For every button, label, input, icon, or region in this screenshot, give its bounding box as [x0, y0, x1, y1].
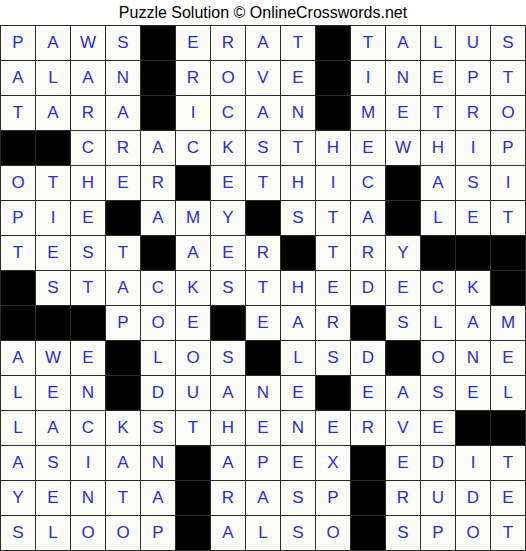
letter-cell: Y	[211, 201, 245, 235]
letter-cell: D	[456, 481, 490, 515]
letter-cell: A	[141, 131, 175, 165]
letter-cell: R	[106, 131, 140, 165]
letter-cell: S	[281, 481, 315, 515]
black-cell	[386, 341, 420, 375]
letter-cell: O	[316, 516, 350, 550]
letter-cell: C	[141, 271, 175, 305]
letter-cell: L	[281, 341, 315, 375]
page-title: Puzzle Solution © OnlineCrosswords.net	[0, 0, 526, 25]
letter-cell: O	[71, 516, 105, 550]
letter-cell: T	[316, 236, 350, 270]
letter-cell: S	[246, 131, 280, 165]
black-cell	[316, 376, 350, 410]
black-cell	[211, 306, 245, 340]
letter-cell: E	[36, 236, 70, 270]
letter-cell: R	[211, 481, 245, 515]
black-cell	[246, 201, 280, 235]
letter-cell: S	[386, 516, 420, 550]
letter-cell: K	[176, 271, 210, 305]
letter-cell: E	[176, 306, 210, 340]
letter-cell: A	[246, 96, 280, 130]
letter-cell: Y	[386, 236, 420, 270]
letter-cell: T	[491, 201, 525, 235]
letter-cell: H	[421, 131, 455, 165]
letter-cell: R	[211, 26, 245, 60]
letter-cell: E	[491, 481, 525, 515]
black-cell	[141, 61, 175, 95]
letter-cell: N	[281, 96, 315, 130]
letter-cell: A	[421, 166, 455, 200]
black-cell	[281, 236, 315, 270]
letter-cell: H	[316, 131, 350, 165]
letter-cell: R	[71, 96, 105, 130]
letter-cell: E	[71, 201, 105, 235]
letter-cell: T	[1, 236, 35, 270]
letter-cell: A	[141, 201, 175, 235]
letter-cell: W	[386, 131, 420, 165]
letter-cell: E	[211, 166, 245, 200]
letter-cell: O	[211, 61, 245, 95]
letter-cell: R	[246, 236, 280, 270]
letter-cell: K	[456, 271, 490, 305]
letter-cell: A	[141, 481, 175, 515]
black-cell	[351, 446, 385, 480]
letter-cell: E	[386, 446, 420, 480]
letter-cell: L	[421, 26, 455, 60]
letter-cell: R	[456, 96, 490, 130]
letter-cell: E	[316, 411, 350, 445]
black-cell	[491, 236, 525, 270]
black-cell	[176, 516, 210, 550]
letter-cell: L	[36, 61, 70, 95]
letter-cell: O	[176, 341, 210, 375]
letter-cell: C	[71, 411, 105, 445]
black-cell	[71, 306, 105, 340]
letter-cell: M	[491, 306, 525, 340]
black-cell	[176, 166, 210, 200]
letter-cell: A	[281, 306, 315, 340]
letter-cell: T	[36, 166, 70, 200]
black-cell	[176, 446, 210, 480]
letter-cell: A	[176, 236, 210, 270]
letter-cell: E	[456, 376, 490, 410]
letter-cell: S	[456, 166, 490, 200]
black-cell	[351, 306, 385, 340]
letter-cell: O	[1, 166, 35, 200]
letter-cell: T	[176, 411, 210, 445]
letter-cell: N	[141, 446, 175, 480]
letter-cell: A	[106, 271, 140, 305]
black-cell	[1, 306, 35, 340]
letter-cell: O	[456, 516, 490, 550]
letter-cell: L	[1, 376, 35, 410]
letter-cell: A	[1, 61, 35, 95]
black-cell	[316, 26, 350, 60]
letter-cell: V	[246, 61, 280, 95]
black-cell	[316, 61, 350, 95]
letter-cell: A	[71, 61, 105, 95]
black-cell	[351, 481, 385, 515]
letter-cell: N	[246, 376, 280, 410]
letter-cell: A	[246, 26, 280, 60]
letter-cell: T	[316, 201, 350, 235]
letter-cell: T	[281, 26, 315, 60]
letter-cell: K	[211, 131, 245, 165]
letter-cell: A	[1, 341, 35, 375]
letter-cell: W	[36, 341, 70, 375]
black-cell	[421, 236, 455, 270]
letter-cell: M	[351, 96, 385, 130]
black-cell	[246, 341, 280, 375]
letter-cell: R	[141, 166, 175, 200]
letter-cell: S	[386, 306, 420, 340]
black-cell	[491, 411, 525, 445]
letter-cell: S	[211, 271, 245, 305]
letter-cell: S	[106, 26, 140, 60]
letter-cell: C	[176, 131, 210, 165]
letter-cell: T	[246, 271, 280, 305]
black-cell	[106, 341, 140, 375]
letter-cell: C	[71, 131, 105, 165]
letter-cell: H	[281, 166, 315, 200]
letter-cell: O	[141, 306, 175, 340]
letter-cell: H	[71, 166, 105, 200]
letter-cell: O	[491, 96, 525, 130]
black-cell	[36, 131, 70, 165]
letter-cell: C	[421, 271, 455, 305]
letter-cell: D	[351, 341, 385, 375]
letter-cell: E	[491, 341, 525, 375]
letter-cell: E	[281, 61, 315, 95]
letter-cell: E	[36, 376, 70, 410]
letter-cell: P	[1, 26, 35, 60]
letter-cell: A	[1, 446, 35, 480]
letter-cell: S	[36, 271, 70, 305]
letter-cell: A	[246, 481, 280, 515]
letter-cell: I	[491, 166, 525, 200]
letter-cell: P	[141, 516, 175, 550]
letter-cell: P	[491, 131, 525, 165]
letter-cell: E	[176, 26, 210, 60]
letter-cell: E	[386, 96, 420, 130]
letter-cell: I	[456, 446, 490, 480]
letter-cell: E	[106, 166, 140, 200]
letter-cell: U	[456, 26, 490, 60]
letter-cell: D	[351, 271, 385, 305]
letter-cell: A	[211, 446, 245, 480]
letter-cell: R	[316, 306, 350, 340]
letter-cell: E	[36, 481, 70, 515]
letter-cell: T	[491, 446, 525, 480]
black-cell	[491, 271, 525, 305]
letter-cell: L	[421, 306, 455, 340]
letter-cell: S	[1, 516, 35, 550]
letter-cell: P	[106, 306, 140, 340]
letter-cell: L	[421, 201, 455, 235]
letter-cell: M	[176, 201, 210, 235]
letter-cell: T	[491, 61, 525, 95]
letter-cell: S	[141, 411, 175, 445]
letter-cell: A	[211, 376, 245, 410]
letter-cell: R	[351, 236, 385, 270]
black-cell	[106, 376, 140, 410]
black-cell	[456, 236, 490, 270]
letter-cell: A	[36, 411, 70, 445]
black-cell	[456, 411, 490, 445]
letter-cell: P	[316, 481, 350, 515]
letter-cell: E	[281, 376, 315, 410]
letter-cell: T	[246, 166, 280, 200]
letter-cell: T	[351, 26, 385, 60]
letter-cell: U	[176, 376, 210, 410]
letter-cell: O	[421, 341, 455, 375]
black-cell	[1, 271, 35, 305]
letter-cell: R	[176, 61, 210, 95]
letter-cell: P	[456, 61, 490, 95]
letter-cell: E	[246, 411, 280, 445]
letter-cell: A	[351, 201, 385, 235]
letter-cell: E	[386, 271, 420, 305]
crossword-grid: PAWSERATTALUSALANROVEINEPTTARAICANMETROC…	[0, 25, 526, 551]
letter-cell: K	[106, 411, 140, 445]
black-cell	[141, 26, 175, 60]
letter-cell: E	[211, 236, 245, 270]
letter-cell: N	[106, 61, 140, 95]
letter-cell: C	[351, 166, 385, 200]
letter-cell: I	[456, 131, 490, 165]
letter-cell: N	[386, 61, 420, 95]
letter-cell: S	[211, 341, 245, 375]
black-cell	[36, 306, 70, 340]
letter-cell: N	[456, 341, 490, 375]
letter-cell: A	[106, 446, 140, 480]
black-cell	[141, 236, 175, 270]
letter-cell: E	[421, 411, 455, 445]
letter-cell: A	[386, 26, 420, 60]
letter-cell: A	[36, 26, 70, 60]
letter-cell: S	[71, 236, 105, 270]
letter-cell: R	[386, 481, 420, 515]
letter-cell: A	[456, 306, 490, 340]
letter-cell: L	[1, 411, 35, 445]
letter-cell: E	[316, 271, 350, 305]
letter-cell: E	[421, 61, 455, 95]
letter-cell: S	[421, 376, 455, 410]
letter-cell: E	[281, 446, 315, 480]
letter-cell: N	[281, 411, 315, 445]
letter-cell: T	[491, 516, 525, 550]
letter-cell: P	[421, 516, 455, 550]
black-cell	[106, 201, 140, 235]
letter-cell: A	[386, 376, 420, 410]
letter-cell: E	[71, 341, 105, 375]
letter-cell: T	[281, 131, 315, 165]
letter-cell: T	[71, 271, 105, 305]
letter-cell: I	[351, 61, 385, 95]
letter-cell: A	[106, 96, 140, 130]
black-cell	[386, 201, 420, 235]
letter-cell: S	[491, 26, 525, 60]
letter-cell: S	[316, 341, 350, 375]
letter-cell: L	[491, 376, 525, 410]
letter-cell: P	[246, 446, 280, 480]
letter-cell: N	[71, 376, 105, 410]
letter-cell: U	[421, 481, 455, 515]
letter-cell: T	[1, 96, 35, 130]
letter-cell: L	[246, 516, 280, 550]
black-cell	[1, 131, 35, 165]
letter-cell: V	[386, 411, 420, 445]
letter-cell: X	[316, 446, 350, 480]
letter-cell: S	[281, 201, 315, 235]
letter-cell: S	[281, 516, 315, 550]
letter-cell: I	[316, 166, 350, 200]
letter-cell: E	[351, 131, 385, 165]
letter-cell: L	[141, 341, 175, 375]
letter-cell: L	[36, 516, 70, 550]
letter-cell: H	[281, 271, 315, 305]
black-cell	[141, 96, 175, 130]
letter-cell: H	[211, 411, 245, 445]
letter-cell: S	[36, 446, 70, 480]
letter-cell: D	[141, 376, 175, 410]
letter-cell: T	[421, 96, 455, 130]
letter-cell: E	[351, 376, 385, 410]
letter-cell: I	[71, 446, 105, 480]
letter-cell: T	[106, 481, 140, 515]
black-cell	[386, 166, 420, 200]
letter-cell: N	[71, 481, 105, 515]
letter-cell: E	[456, 201, 490, 235]
black-cell	[176, 481, 210, 515]
letter-cell: P	[1, 201, 35, 235]
crossword-solution-page: Puzzle Solution © OnlineCrosswords.net P…	[0, 0, 526, 551]
letter-cell: O	[106, 516, 140, 550]
letter-cell: A	[36, 96, 70, 130]
letter-cell: D	[421, 446, 455, 480]
letter-cell: T	[106, 236, 140, 270]
letter-cell: W	[71, 26, 105, 60]
black-cell	[351, 516, 385, 550]
black-cell	[316, 96, 350, 130]
letter-cell: R	[351, 411, 385, 445]
letter-cell: I	[36, 201, 70, 235]
letter-cell: C	[211, 96, 245, 130]
letter-cell: A	[211, 516, 245, 550]
letter-cell: Y	[1, 481, 35, 515]
letter-cell: I	[176, 96, 210, 130]
letter-cell: E	[246, 306, 280, 340]
